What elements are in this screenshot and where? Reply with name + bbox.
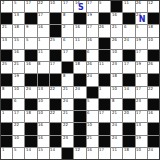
letter-cell-r5c4[interactable]: 17 bbox=[50, 62, 61, 73]
letter-cell-r5c1[interactable]: 21 bbox=[13, 62, 24, 73]
letter-cell-r7c1[interactable]: 10 bbox=[13, 87, 24, 98]
letter-cell-r8c9[interactable]: 8 bbox=[111, 99, 122, 110]
black-cell-r11c12 bbox=[148, 136, 159, 147]
clue-number: 19 bbox=[136, 62, 141, 66]
black-cell-r6c2 bbox=[25, 74, 36, 85]
black-cell-r4c12 bbox=[148, 50, 159, 61]
letter-cell-r7c3[interactable]: 13 bbox=[38, 87, 49, 98]
letter-cell-r0c6[interactable]: 16S bbox=[74, 1, 85, 12]
letter-cell-r1c9[interactable]: 16 bbox=[111, 13, 122, 24]
clue-number: 6 bbox=[124, 25, 126, 29]
clue-number: 22 bbox=[38, 1, 43, 5]
letter-cell-r6c5[interactable]: 8 bbox=[62, 74, 73, 85]
black-cell-r0c9 bbox=[111, 1, 122, 12]
clue-number: 19 bbox=[14, 74, 19, 78]
clue-number: 13 bbox=[136, 74, 141, 78]
clue-number: 5 bbox=[87, 99, 89, 103]
black-cell-r11c10 bbox=[123, 136, 134, 147]
letter-cell-r5c0[interactable]: 25 bbox=[1, 62, 12, 73]
letter-cell-r2c6[interactable]: 16 bbox=[74, 25, 85, 36]
black-cell-r8c12 bbox=[148, 99, 159, 110]
letter-cell-r2c9[interactable]: 21 bbox=[111, 25, 122, 36]
letter-cell-r0c3[interactable]: 22 bbox=[38, 1, 49, 12]
clue-number: 26 bbox=[112, 38, 117, 42]
letter-cell-r3c2[interactable]: 5 bbox=[25, 38, 36, 49]
black-cell-r10c4 bbox=[50, 123, 61, 134]
letter-cell-r12c10[interactable]: 18 bbox=[123, 148, 134, 159]
letter-cell-r2c10[interactable]: 6 bbox=[123, 25, 134, 36]
clue-number: 26 bbox=[87, 62, 92, 66]
clue-number: 17 bbox=[136, 87, 141, 91]
letter-cell-r7c12[interactable]: 22 bbox=[148, 87, 159, 98]
clue-number: 21 bbox=[63, 87, 68, 91]
black-cell-r1c4 bbox=[50, 13, 61, 24]
letter-cell-r6c9[interactable]: 18 bbox=[111, 74, 122, 85]
letter-cell-r7c2[interactable]: 24 bbox=[25, 87, 36, 98]
letter-cell-r1c7[interactable]: 19 bbox=[87, 13, 98, 24]
clue-number: 8 bbox=[2, 87, 4, 91]
black-cell-r3c8 bbox=[99, 38, 110, 49]
black-cell-r8c4 bbox=[50, 99, 61, 110]
black-cell-r10c8 bbox=[99, 123, 110, 134]
letter-cell-r9c7[interactable]: 6 bbox=[87, 111, 98, 122]
black-cell-r9c6 bbox=[74, 111, 85, 122]
letter-cell-r12c6[interactable]: 12 bbox=[74, 148, 85, 159]
clue-number: 26 bbox=[148, 62, 153, 66]
letter-cell-r5c11[interactable]: 19 bbox=[136, 62, 147, 73]
clue-number: 10 bbox=[50, 1, 55, 5]
clue-number: 17 bbox=[14, 111, 19, 115]
clue-number: 11 bbox=[75, 38, 80, 42]
letter-cell-r11c9[interactable]: 24 bbox=[111, 136, 122, 147]
clue-number: 12 bbox=[75, 148, 80, 152]
letter-cell-r9c5[interactable]: 21 bbox=[62, 111, 73, 122]
clue-number: 20 bbox=[124, 111, 129, 115]
clue-number: 21 bbox=[63, 111, 68, 115]
letter-cell-r8c11[interactable]: 23 bbox=[136, 99, 147, 110]
clue-number: 10 bbox=[87, 123, 92, 127]
clue-number: 8 bbox=[112, 99, 114, 103]
black-cell-r2c4 bbox=[50, 25, 61, 36]
clue-number: 23 bbox=[63, 136, 68, 140]
black-cell-r10c2 bbox=[25, 123, 36, 134]
black-cell-r10c6 bbox=[74, 123, 85, 134]
clue-number: 6 bbox=[87, 111, 89, 115]
clue-number: 8 bbox=[63, 13, 65, 17]
letter-cell-r4c5[interactable]: 17 bbox=[62, 50, 73, 61]
clue-number: 16 bbox=[87, 148, 92, 152]
letter-cell-r10c3[interactable]: 16 bbox=[38, 123, 49, 134]
letter-cell-r7c10[interactable]: 14 bbox=[123, 87, 134, 98]
clue-number: 2 bbox=[2, 1, 4, 5]
clue-number: 17 bbox=[136, 50, 141, 54]
clue-number: 21 bbox=[87, 136, 92, 140]
letter-cell-r1c1[interactable]: 13 bbox=[13, 13, 24, 24]
codeword-grid: 251722101716S17511261213178191624N211891… bbox=[0, 0, 160, 160]
clue-number: 16 bbox=[38, 25, 43, 29]
clue-number: 26 bbox=[136, 1, 141, 5]
black-cell-r1c12 bbox=[148, 13, 159, 24]
letter-cell-r12c7[interactable]: 16 bbox=[87, 148, 98, 159]
clue-number: 22 bbox=[50, 111, 55, 115]
letter-cell-r2c5[interactable]: 2 bbox=[62, 25, 73, 36]
letter-cell-r0c12[interactable]: 12 bbox=[148, 1, 159, 12]
clue-number: 22 bbox=[148, 87, 153, 91]
black-cell-r6c0 bbox=[1, 74, 12, 85]
letter-cell-r12c12[interactable]: 24 bbox=[148, 148, 159, 159]
clue-number: 24 bbox=[87, 74, 92, 78]
black-cell-r8c2 bbox=[25, 99, 36, 110]
clue-number: 24 bbox=[112, 136, 117, 140]
clue-number: 13 bbox=[38, 87, 43, 91]
clue-number: 11 bbox=[38, 50, 43, 54]
letter-cell-r9c12[interactable]: 16 bbox=[148, 111, 159, 122]
clue-number: 16 bbox=[87, 38, 92, 42]
black-cell-r6c4 bbox=[50, 74, 61, 85]
black-cell-r11c4 bbox=[50, 136, 61, 147]
letter-cell-r12c0[interactable]: 1 bbox=[1, 148, 12, 159]
clue-number: 23 bbox=[112, 62, 117, 66]
clue-number: 19 bbox=[136, 38, 141, 42]
letter-cell-r5c7[interactable]: 26 bbox=[87, 62, 98, 73]
clue-number: 18 bbox=[26, 111, 31, 115]
clue-number: 8 bbox=[38, 62, 40, 66]
letter-cell-r0c7[interactable]: 17 bbox=[87, 1, 98, 12]
letter-cell-r0c4[interactable]: 10 bbox=[50, 1, 61, 12]
clue-number: 24 bbox=[148, 148, 153, 152]
letter-cell-r4c7[interactable]: 6 bbox=[87, 50, 98, 61]
black-cell-r4c8 bbox=[99, 50, 110, 61]
clue-number: 22 bbox=[63, 123, 68, 127]
black-cell-r1c6 bbox=[74, 13, 85, 24]
letter-cell-r6c11[interactable]: 13 bbox=[136, 74, 147, 85]
black-cell-r6c3 bbox=[38, 74, 49, 85]
clue-number: 10 bbox=[38, 99, 43, 103]
black-cell-r1c2 bbox=[25, 13, 36, 24]
letter-cell-r4c3[interactable]: 11 bbox=[38, 50, 49, 61]
letter-cell-r10c1[interactable]: 22 bbox=[13, 123, 24, 134]
clue-number: 14 bbox=[124, 87, 129, 91]
letter-cell-r5c9[interactable]: 23 bbox=[111, 62, 122, 73]
black-cell-r11c8 bbox=[99, 136, 110, 147]
black-cell-r4c2 bbox=[25, 50, 36, 61]
clue-number: 18 bbox=[148, 25, 153, 29]
clue-number: 6 bbox=[87, 50, 89, 54]
letter-cell-r0c8[interactable]: 5 bbox=[99, 1, 110, 12]
clue-number: 17 bbox=[99, 111, 104, 115]
black-cell-r10c10 bbox=[123, 123, 134, 134]
letter-cell-r0c1[interactable]: 5 bbox=[13, 1, 24, 12]
letter-cell-r3c3[interactable]: 1 bbox=[38, 38, 49, 49]
letter-cell-r2c11[interactable]: 5 bbox=[136, 25, 147, 36]
letter-cell-r0c11[interactable]: 26 bbox=[136, 1, 147, 12]
letter-cell-r6c7[interactable]: 24 bbox=[87, 74, 98, 85]
clue-number: 16 bbox=[26, 62, 31, 66]
black-cell-r6c6 bbox=[74, 74, 85, 85]
clue-number: 24 bbox=[26, 87, 31, 91]
letter-cell-r6c1[interactable]: 19 bbox=[13, 74, 24, 85]
clue-number: 5 bbox=[14, 1, 16, 5]
black-cell-r7c7 bbox=[87, 87, 98, 98]
letter-cell-r3c6[interactable]: 11 bbox=[74, 38, 85, 49]
clue-number: 1 bbox=[2, 111, 4, 115]
black-cell-r1c0 bbox=[1, 13, 12, 24]
clue-number: 11 bbox=[124, 1, 129, 5]
letter-cell-r2c8[interactable]: 26 bbox=[99, 25, 110, 36]
clue-number: 16 bbox=[38, 123, 43, 127]
letter-cell-r3c7[interactable]: 16 bbox=[87, 38, 98, 49]
clue-number: 13 bbox=[2, 38, 7, 42]
letter-cell-r4c1[interactable]: 16 bbox=[13, 50, 24, 61]
clue-number: 17 bbox=[63, 50, 68, 54]
letter-cell-r5c2[interactable]: 16 bbox=[25, 62, 36, 73]
clue-number: 18 bbox=[112, 74, 117, 78]
clue-number: 25 bbox=[50, 38, 55, 42]
letter-cell-r3c9[interactable]: 26 bbox=[111, 38, 122, 49]
clue-number: 18 bbox=[14, 25, 19, 29]
letter-cell-r0c10[interactable]: 11 bbox=[123, 1, 134, 12]
clue-number: 10 bbox=[148, 38, 153, 42]
clue-number: 6 bbox=[63, 38, 65, 42]
black-cell-r8c8 bbox=[99, 99, 110, 110]
clue-number: 17 bbox=[136, 111, 141, 115]
letter-cell-r9c10[interactable]: 20 bbox=[123, 111, 134, 122]
letter-cell-r8c3[interactable]: 10 bbox=[38, 99, 49, 110]
letter-cell-r8c5[interactable]: 24 bbox=[62, 99, 73, 110]
letter-cell-r8c1[interactable]: 6 bbox=[13, 99, 24, 110]
letter-cell-r11c5[interactable]: 23 bbox=[62, 136, 73, 147]
clue-number: 13 bbox=[14, 13, 19, 17]
clue-number: 23 bbox=[136, 99, 141, 103]
letter-cell-r9c8[interactable]: 17 bbox=[99, 111, 110, 122]
clue-number: 16 bbox=[112, 13, 117, 17]
letter-cell-r9c3[interactable]: 10 bbox=[38, 111, 49, 122]
clue-number: 22 bbox=[14, 123, 19, 127]
black-cell-r1c8 bbox=[99, 13, 110, 24]
letter-cell-r11c7[interactable]: 21 bbox=[87, 136, 98, 147]
black-cell-r4c6 bbox=[74, 50, 85, 61]
black-cell-r8c10 bbox=[123, 99, 134, 110]
letter-cell-r2c7[interactable]: 17 bbox=[87, 25, 98, 36]
clue-number: 8 bbox=[63, 74, 65, 78]
letter-cell-r5c6[interactable]: 18 bbox=[74, 62, 85, 73]
clue-number: 6 bbox=[14, 99, 16, 103]
letter-cell-r2c2[interactable]: 9 bbox=[25, 25, 36, 36]
letter-cell-r7c8[interactable]: 1 bbox=[99, 87, 110, 98]
clue-number: 1 bbox=[2, 148, 4, 152]
clue-number: 18 bbox=[75, 62, 80, 66]
clue-number: 25 bbox=[2, 62, 7, 66]
clue-number: 24 bbox=[75, 87, 80, 91]
black-cell-r6c8 bbox=[99, 74, 110, 85]
letter-cell-r0c2[interactable]: 17 bbox=[25, 1, 36, 12]
letter-cell-r1c11[interactable]: 24N bbox=[136, 13, 147, 24]
black-cell-r11c6 bbox=[74, 136, 85, 147]
clue-number: 24 bbox=[63, 99, 68, 103]
letter-cell-r7c6[interactable]: 24 bbox=[74, 87, 85, 98]
letter-cell-r5c8[interactable]: 11 bbox=[99, 62, 110, 73]
clue-number: 1 bbox=[99, 87, 101, 91]
letter-cell-r11c11[interactable]: 19 bbox=[136, 136, 147, 147]
clue-number: 15 bbox=[38, 148, 43, 152]
letter-cell-r2c1[interactable]: 18 bbox=[13, 25, 24, 36]
letter-cell-r9c9[interactable]: 21 bbox=[111, 111, 122, 122]
clue-number: 5 bbox=[26, 38, 28, 42]
letter-cell-r3c1[interactable]: 15 bbox=[13, 38, 24, 49]
letter-cell-r7c0[interactable]: 8 bbox=[1, 87, 12, 98]
black-cell-r10c0 bbox=[1, 123, 12, 134]
clue-number: 17 bbox=[26, 1, 31, 5]
clue-number: 5 bbox=[136, 25, 138, 29]
clue-number: 10 bbox=[14, 136, 19, 140]
clue-number: 11 bbox=[99, 62, 104, 66]
clue-number: 19 bbox=[136, 136, 141, 140]
letter-cell-r12c11[interactable]: 10 bbox=[136, 148, 147, 159]
letter-cell-r3c11[interactable]: 19 bbox=[136, 38, 147, 49]
letter-cell-r11c1[interactable]: 10 bbox=[13, 136, 24, 147]
letter-cell-r7c9[interactable]: 10 bbox=[111, 87, 122, 98]
letter-cell-r2c0[interactable]: 21 bbox=[1, 25, 12, 36]
black-cell-r1c10 bbox=[123, 13, 134, 24]
letter-cell-r4c9[interactable]: 10 bbox=[111, 50, 122, 61]
letter-cell-r9c11[interactable]: 17 bbox=[136, 111, 147, 122]
letter-cell-r12c2[interactable]: 14 bbox=[25, 148, 36, 159]
letter-cell-r3c5[interactable]: 6 bbox=[62, 38, 73, 49]
letter-cell-r12c3[interactable]: 15 bbox=[38, 148, 49, 159]
clue-number: 14 bbox=[50, 148, 55, 152]
clue-number: 26 bbox=[99, 25, 104, 29]
letter-cell-r9c2[interactable]: 18 bbox=[25, 111, 36, 122]
letter-cell-r2c3[interactable]: 16 bbox=[38, 25, 49, 36]
clue-number: 17 bbox=[124, 62, 129, 66]
clue-number: 21 bbox=[14, 62, 19, 66]
clue-number: 16 bbox=[14, 50, 19, 54]
letter-cell-r7c11[interactable]: 17 bbox=[136, 87, 147, 98]
clue-number: 2 bbox=[63, 25, 65, 29]
letter-cell-r12c1[interactable]: 5 bbox=[13, 148, 24, 159]
clue-number: 10 bbox=[136, 148, 141, 152]
black-cell-r11c2 bbox=[25, 136, 36, 147]
given-letter: N bbox=[136, 13, 147, 24]
letter-cell-r3c0[interactable]: 13 bbox=[1, 38, 12, 49]
letter-cell-r7c5[interactable]: 21 bbox=[62, 87, 73, 98]
clue-number: 5 bbox=[99, 1, 101, 5]
clue-number: 17 bbox=[87, 1, 92, 5]
letter-cell-r9c4[interactable]: 22 bbox=[50, 111, 61, 122]
clue-number: 24 bbox=[112, 123, 117, 127]
clue-number: 17 bbox=[99, 148, 104, 152]
black-cell-r5c5 bbox=[62, 62, 73, 73]
letter-cell-r9c1[interactable]: 17 bbox=[13, 111, 24, 122]
clue-number: 10 bbox=[112, 87, 117, 91]
black-cell-r4c10 bbox=[123, 50, 134, 61]
clue-number: 1 bbox=[38, 38, 40, 42]
clue-number: 17 bbox=[38, 13, 43, 17]
given-letter: S bbox=[74, 1, 85, 12]
letter-cell-r4c11[interactable]: 17 bbox=[136, 50, 147, 61]
clue-number: 10 bbox=[14, 87, 19, 91]
letter-cell-r11c3[interactable]: 16 bbox=[38, 136, 49, 147]
black-cell-r8c0 bbox=[1, 99, 12, 110]
clue-number: 10 bbox=[112, 50, 117, 54]
black-cell-r4c0 bbox=[1, 50, 12, 61]
clue-number: 12 bbox=[148, 1, 153, 5]
clue-number: 21 bbox=[112, 111, 117, 115]
black-cell-r8c6 bbox=[74, 99, 85, 110]
black-cell-r6c12 bbox=[148, 74, 159, 85]
clue-number: 21 bbox=[112, 25, 117, 29]
black-cell-r11c0 bbox=[1, 136, 12, 147]
letter-cell-r5c3[interactable]: 8 bbox=[38, 62, 49, 73]
clue-number: 16 bbox=[75, 25, 80, 29]
clue-number: 15 bbox=[14, 38, 19, 42]
letter-cell-r0c0[interactable]: 2 bbox=[1, 1, 12, 12]
letter-cell-r10c5[interactable]: 22 bbox=[62, 123, 73, 134]
letter-cell-r5c10[interactable]: 17 bbox=[123, 62, 134, 73]
clue-number: 24 bbox=[124, 38, 129, 42]
letter-cell-r10c9[interactable]: 24 bbox=[111, 123, 122, 134]
letter-cell-r3c12[interactable]: 10 bbox=[148, 38, 159, 49]
letter-cell-r9c0[interactable]: 1 bbox=[1, 111, 12, 122]
letter-cell-r0c5[interactable]: 17 bbox=[62, 1, 73, 12]
clue-number: 16 bbox=[148, 111, 153, 115]
letter-cell-r1c3[interactable]: 17 bbox=[38, 13, 49, 24]
letter-cell-r10c7[interactable]: 10 bbox=[87, 123, 98, 134]
black-cell-r4c4 bbox=[50, 50, 61, 61]
clue-number: 17 bbox=[50, 62, 55, 66]
clue-number: 16 bbox=[38, 136, 43, 140]
clue-number: 9 bbox=[26, 25, 28, 29]
clue-number: 14 bbox=[26, 148, 31, 152]
clue-number: 13 bbox=[136, 123, 141, 127]
clue-number: 5 bbox=[14, 148, 16, 152]
letter-cell-r1c5[interactable]: 8 bbox=[62, 13, 73, 24]
letter-cell-r12c4[interactable]: 14 bbox=[50, 148, 61, 159]
clue-number: 18 bbox=[124, 148, 129, 152]
letter-cell-r3c10[interactable]: 24 bbox=[123, 38, 134, 49]
letter-cell-r12c8[interactable]: 17 bbox=[99, 148, 110, 159]
black-cell-r6c10 bbox=[123, 74, 134, 85]
letter-cell-r10c11[interactable]: 13 bbox=[136, 123, 147, 134]
black-cell-r10c12 bbox=[148, 123, 159, 134]
clue-number: 19 bbox=[87, 13, 92, 17]
clue-number: 21 bbox=[2, 25, 7, 29]
clue-number: 11 bbox=[112, 148, 117, 152]
letter-cell-r3c4[interactable]: 25 bbox=[50, 38, 61, 49]
letter-cell-r2c12[interactable]: 18 bbox=[148, 25, 159, 36]
letter-cell-r8c7[interactable]: 5 bbox=[87, 99, 98, 110]
letter-cell-r5c12[interactable]: 26 bbox=[148, 62, 159, 73]
clue-number: 17 bbox=[87, 25, 92, 29]
black-cell-r12c5 bbox=[62, 148, 73, 159]
clue-number: 10 bbox=[38, 111, 43, 115]
clue-number: 22 bbox=[50, 87, 55, 91]
letter-cell-r7c4[interactable]: 22 bbox=[50, 87, 61, 98]
clue-number: 17 bbox=[63, 1, 68, 5]
letter-cell-r12c9[interactable]: 11 bbox=[111, 148, 122, 159]
